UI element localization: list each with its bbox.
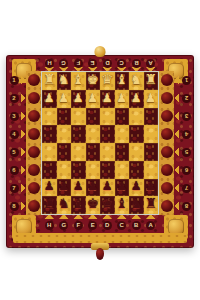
square-b1[interactable]: ♞ — [129, 72, 144, 90]
square-c3[interactable] — [115, 108, 130, 126]
file-label-top-f: F — [71, 58, 86, 68]
rank-labels-left: 12345678 — [8, 71, 20, 215]
amber-cabochon-icon — [161, 146, 173, 158]
amber-cabochon-icon — [28, 128, 40, 140]
square-d3[interactable] — [100, 108, 115, 126]
black-pawn-g7[interactable]: ♟ — [58, 180, 69, 192]
square-g7[interactable]: ♟ — [57, 179, 72, 197]
white-pawn-d2[interactable]: ♟ — [102, 92, 113, 104]
square-e3[interactable] — [86, 108, 101, 126]
square-b7[interactable]: ♟ — [129, 179, 144, 197]
black-pawn-a7[interactable]: ♟ — [145, 180, 156, 192]
square-d5[interactable] — [100, 143, 115, 161]
square-h3[interactable] — [42, 108, 57, 126]
black-rook-a8[interactable]: ♜ — [145, 197, 157, 211]
zigzag-trim-right — [174, 71, 179, 215]
square-h7[interactable]: ♟ — [42, 179, 57, 197]
square-c5[interactable] — [115, 143, 130, 161]
rank-labels-right: 12345678 — [180, 71, 192, 215]
square-d6[interactable] — [100, 161, 115, 179]
file-label-top-a: A — [144, 58, 159, 68]
square-b2[interactable]: ♟ — [129, 90, 144, 108]
white-knight-g1[interactable]: ♞ — [58, 73, 70, 87]
amber-cabochon-icon — [28, 200, 40, 212]
square-h1[interactable]: ♜ — [42, 72, 57, 90]
amber-cabochon-icon — [28, 110, 40, 122]
amber-cabochon-icon — [161, 92, 173, 104]
black-knight-g8[interactable]: ♞ — [58, 197, 70, 211]
file-label-bottom-e: E — [86, 220, 101, 230]
rank-label-right-4: 4 — [180, 125, 192, 143]
rank-label-right-7: 7 — [180, 179, 192, 197]
rank-label-right-6: 6 — [180, 161, 192, 179]
square-a8[interactable]: ♜ — [144, 196, 159, 214]
square-a4[interactable] — [144, 125, 159, 143]
file-label-top-b: B — [129, 58, 144, 68]
square-d8[interactable]: ♛ — [100, 196, 115, 214]
square-d1[interactable]: ♛ — [100, 72, 115, 90]
file-label-top-e: E — [86, 58, 101, 68]
file-label-bottom-c: C — [115, 220, 130, 230]
square-f3[interactable] — [71, 108, 86, 126]
file-labels-bottom: HGFEDCBA — [42, 220, 158, 230]
cabochon-column-right — [159, 71, 174, 215]
square-g1[interactable]: ♞ — [57, 72, 72, 90]
square-f1[interactable]: ♝ — [71, 72, 86, 90]
black-bishop-f8[interactable]: ♝ — [72, 197, 84, 211]
square-h6[interactable] — [42, 161, 57, 179]
white-pawn-g2[interactable]: ♟ — [58, 92, 69, 104]
white-pawn-b2[interactable]: ♟ — [131, 92, 142, 104]
square-a7[interactable]: ♟ — [144, 179, 159, 197]
black-knight-b8[interactable]: ♞ — [130, 197, 142, 211]
amber-cabochon-icon — [161, 182, 173, 194]
square-d4[interactable] — [100, 125, 115, 143]
amber-cabochon-icon — [28, 74, 40, 86]
file-label-bottom-f: F — [71, 220, 86, 230]
square-f7[interactable]: ♟ — [71, 179, 86, 197]
rank-label-right-5: 5 — [180, 143, 192, 161]
rank-label-right-3: 3 — [180, 107, 192, 125]
square-a3[interactable] — [144, 108, 159, 126]
square-a5[interactable] — [144, 143, 159, 161]
square-b5[interactable] — [129, 143, 144, 161]
square-f4[interactable] — [71, 125, 86, 143]
square-e5[interactable] — [86, 143, 101, 161]
white-bishop-c1[interactable]: ♝ — [116, 73, 128, 87]
rank-label-left-7: 7 — [8, 179, 20, 197]
white-pawn-h2[interactable]: ♟ — [44, 92, 55, 104]
square-b4[interactable] — [129, 125, 144, 143]
white-pawn-e2[interactable]: ♟ — [87, 92, 98, 104]
black-pawn-d7[interactable]: ♟ — [102, 180, 113, 192]
square-h8[interactable]: ♜ — [42, 196, 57, 214]
amber-cabochon-icon — [161, 74, 173, 86]
square-b6[interactable] — [129, 161, 144, 179]
black-bishop-c8[interactable]: ♝ — [116, 197, 128, 211]
square-e6[interactable] — [86, 161, 101, 179]
black-pawn-h7[interactable]: ♟ — [44, 180, 55, 192]
file-label-bottom-h: H — [42, 220, 57, 230]
photo-stage: HGFEDCBA HGFEDCBA 12345678 12345678 ♜♞♝♚… — [0, 0, 200, 300]
white-bishop-f1[interactable]: ♝ — [72, 73, 84, 87]
square-h2[interactable]: ♟ — [42, 90, 57, 108]
black-pawn-f7[interactable]: ♟ — [73, 180, 84, 192]
square-h5[interactable] — [42, 143, 57, 161]
file-label-top-h: H — [42, 58, 57, 68]
clasp-drop-icon — [96, 248, 104, 260]
square-g8[interactable]: ♞ — [57, 196, 72, 214]
amber-cabochon-icon — [161, 164, 173, 176]
inner-metal-frame: ♜♞♝♚♛♝♞♜♟♟♟♟♟♟♟♟♟♟♟♟♟♟♟♟♜♞♝♚♛♝♞♜ — [41, 71, 159, 215]
file-label-bottom-b: B — [129, 220, 144, 230]
chess-box: HGFEDCBA HGFEDCBA 12345678 12345678 ♜♞♝♚… — [6, 55, 194, 248]
file-label-top-g: G — [57, 58, 72, 68]
square-c7[interactable]: ♟ — [115, 179, 130, 197]
square-a1[interactable]: ♜ — [144, 72, 159, 90]
square-e8[interactable]: ♚ — [86, 196, 101, 214]
file-label-top-c: C — [115, 58, 130, 68]
white-rook-a1[interactable]: ♜ — [145, 73, 157, 87]
square-g3[interactable] — [57, 108, 72, 126]
white-pawn-c2[interactable]: ♟ — [116, 92, 127, 104]
white-rook-h1[interactable]: ♜ — [43, 73, 55, 87]
square-c4[interactable] — [115, 125, 130, 143]
square-a6[interactable] — [144, 161, 159, 179]
amber-cabochon-icon — [161, 110, 173, 122]
square-c1[interactable]: ♝ — [115, 72, 130, 90]
square-g2[interactable]: ♟ — [57, 90, 72, 108]
square-d7[interactable]: ♟ — [100, 179, 115, 197]
square-e7[interactable]: ♟ — [86, 179, 101, 197]
file-label-bottom-g: G — [57, 220, 72, 230]
square-c8[interactable]: ♝ — [115, 196, 130, 214]
file-label-top-d: D — [100, 58, 115, 68]
square-g5[interactable] — [57, 143, 72, 161]
white-pawn-a2[interactable]: ♟ — [145, 92, 156, 104]
cabochon-column-left — [26, 71, 41, 215]
square-g6[interactable] — [57, 161, 72, 179]
white-queen-d1[interactable]: ♛ — [101, 73, 113, 87]
rank-label-left-8: 8 — [8, 197, 20, 215]
rank-label-left-3: 3 — [8, 107, 20, 125]
rank-label-right-8: 8 — [180, 197, 192, 215]
black-pawn-b7[interactable]: ♟ — [131, 180, 142, 192]
file-labels-top: HGFEDCBA — [42, 58, 158, 68]
bottom-gold-band — [13, 233, 187, 243]
black-king-e8[interactable]: ♚ — [87, 197, 99, 211]
square-c6[interactable] — [115, 161, 130, 179]
square-f8[interactable]: ♝ — [71, 196, 86, 214]
square-f6[interactable] — [71, 161, 86, 179]
file-label-bottom-a: A — [144, 220, 159, 230]
square-d2[interactable]: ♟ — [100, 90, 115, 108]
rank-label-right-2: 2 — [180, 89, 192, 107]
amber-cabochon-icon — [161, 128, 173, 140]
black-queen-d8[interactable]: ♛ — [101, 197, 113, 211]
amber-cabochon-icon — [28, 146, 40, 158]
amber-cabochon-icon — [161, 200, 173, 212]
rank-label-left-4: 4 — [8, 125, 20, 143]
square-a2[interactable]: ♟ — [144, 90, 159, 108]
amber-cabochon-icon — [28, 92, 40, 104]
square-g4[interactable] — [57, 125, 72, 143]
rank-label-left-1: 1 — [8, 71, 20, 89]
square-e2[interactable]: ♟ — [86, 90, 101, 108]
rank-label-left-2: 2 — [8, 89, 20, 107]
black-pawn-e7[interactable]: ♟ — [87, 180, 98, 192]
amber-cabochon-icon — [28, 164, 40, 176]
white-king-e1[interactable]: ♚ — [87, 73, 99, 87]
square-b3[interactable] — [129, 108, 144, 126]
amber-cabochon-icon — [28, 182, 40, 194]
square-e1[interactable]: ♚ — [86, 72, 101, 90]
board-field: ♜♞♝♚♛♝♞♜♟♟♟♟♟♟♟♟♟♟♟♟♟♟♟♟♜♞♝♚♛♝♞♜ — [42, 72, 158, 214]
box-knob-icon — [95, 46, 106, 57]
rank-label-left-6: 6 — [8, 161, 20, 179]
black-pawn-c7[interactable]: ♟ — [116, 180, 127, 192]
white-pawn-f2[interactable]: ♟ — [73, 92, 84, 104]
square-h4[interactable] — [42, 125, 57, 143]
square-f5[interactable] — [71, 143, 86, 161]
square-c2[interactable]: ♟ — [115, 90, 130, 108]
rank-label-right-1: 1 — [180, 71, 192, 89]
rank-label-left-5: 5 — [8, 143, 20, 161]
square-e4[interactable] — [86, 125, 101, 143]
square-f2[interactable]: ♟ — [71, 90, 86, 108]
square-b8[interactable]: ♞ — [129, 196, 144, 214]
white-knight-b1[interactable]: ♞ — [130, 73, 142, 87]
file-label-bottom-d: D — [100, 220, 115, 230]
black-rook-h8[interactable]: ♜ — [43, 197, 55, 211]
